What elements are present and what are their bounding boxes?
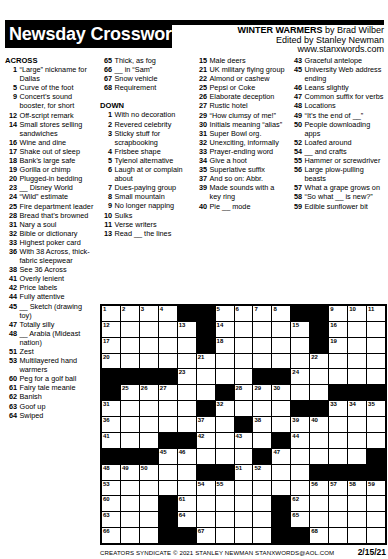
grid-cell[interactable]: 44 [291, 433, 309, 448]
cell-number: 57 [330, 481, 337, 488]
clue-number: 6 [100, 165, 115, 183]
grid-cell[interactable]: 45 [159, 449, 177, 464]
grid-cell[interactable]: 52 [253, 465, 271, 480]
grid-cell[interactable] [291, 449, 309, 464]
clue-text: Initials meaning “alias” [210, 120, 288, 129]
grid-cell[interactable]: 7 [253, 306, 271, 321]
clue-text: Plugged-in bedding [20, 174, 97, 183]
grid-cell[interactable] [121, 338, 139, 353]
grid-cell[interactable]: 49 [121, 465, 139, 480]
clue-across-41: 41Overly lenient [5, 274, 96, 283]
grid-cell[interactable] [178, 401, 196, 416]
clue-number: 25 [195, 83, 210, 92]
grid-cell[interactable]: 67 [197, 528, 215, 543]
clue-text: Large plow-pulling beasts [305, 165, 387, 183]
grid-cell[interactable]: 31 [102, 401, 120, 416]
grid-cell[interactable]: 29 [253, 385, 271, 400]
cell-number: 19 [330, 338, 337, 345]
grid-cell[interactable] [159, 401, 177, 416]
clue-across-62: 62Banish [5, 392, 96, 401]
grid-cell[interactable]: 59 [367, 481, 385, 496]
grid-cell[interactable] [159, 354, 177, 369]
cell-number: 12 [103, 322, 110, 329]
grid-cell[interactable]: 51 [235, 465, 253, 480]
clue-across-53: 53Multilayered hand warmers [5, 356, 96, 374]
clue-text: Almond or cashew [210, 74, 288, 83]
clue-text: Overly lenient [20, 274, 97, 283]
grid-cell[interactable]: 10 [348, 306, 366, 321]
clue-text: “How clumsy of me!” [210, 111, 288, 120]
grid-cell[interactable]: 13 [178, 322, 196, 337]
clue-text: Unexciting, informally [210, 138, 288, 147]
grid-cell[interactable] [235, 496, 253, 511]
grid-cell[interactable] [140, 354, 158, 369]
cell-number: 9 [330, 306, 333, 313]
grid-cell[interactable] [216, 496, 234, 511]
grid-cell[interactable] [272, 322, 290, 337]
grid-cell[interactable]: 57 [329, 481, 347, 496]
grid-cell[interactable] [121, 401, 139, 416]
clue-across-20: 20Plugged-in bedding [5, 174, 96, 183]
clue-text: __ and crafts [305, 147, 387, 156]
clue-text: Give a hoot [210, 156, 288, 165]
grid-cell[interactable] [310, 433, 328, 448]
clue-text: Sulks [115, 211, 191, 220]
clue-column-2: 65Thick, as fog66__ in “Sam”67Snow vehic… [100, 56, 190, 238]
puzzle-date: 2/15/21 [358, 547, 386, 557]
clue-text: __ Sketch (drawing toy) [20, 302, 97, 320]
grid-cell[interactable]: 41 [102, 433, 120, 448]
grid-cell[interactable] [140, 496, 158, 511]
grid-cell[interactable] [121, 512, 139, 527]
grid-cell[interactable] [253, 322, 271, 337]
clue-number: 66 [100, 65, 115, 74]
grid-cell[interactable] [291, 465, 309, 480]
grid-cell-black [140, 369, 158, 384]
clue-text: Made sounds with a key ring [210, 183, 288, 201]
clue-number: 55 [290, 156, 305, 165]
clue-number: 36 [5, 247, 20, 265]
grid-cell[interactable] [121, 481, 139, 496]
grid-cell[interactable] [348, 322, 366, 337]
grid-cell[interactable] [291, 481, 309, 496]
grid-cell[interactable] [310, 385, 328, 400]
grid-cell[interactable]: 32 [216, 401, 234, 416]
grid-cell-black [310, 401, 328, 416]
grid-cell-black [253, 449, 271, 464]
grid-cell-black [291, 306, 309, 321]
clue-text: Sticky stuff for scrapbooking [115, 129, 191, 147]
grid-cell[interactable] [367, 512, 385, 527]
grid-cell[interactable]: 20 [102, 354, 120, 369]
grid-cell[interactable]: 63 [102, 512, 120, 527]
grid-cell[interactable] [253, 528, 271, 543]
grid-cell-black [159, 369, 177, 384]
grid-cell[interactable] [235, 338, 253, 353]
website-link[interactable]: www.stanxwords.com [154, 45, 384, 55]
cell-number: 68 [311, 528, 318, 535]
grid-cell[interactable]: 18 [216, 338, 234, 353]
clue-number: 5 [100, 156, 115, 165]
clue-text: Totally silly [20, 320, 97, 329]
grid-cell[interactable] [140, 481, 158, 496]
clue-number: 68 [100, 83, 115, 92]
grid-cell[interactable]: 35 [367, 401, 385, 416]
grid-cell[interactable]: 6 [235, 306, 253, 321]
cell-number: 2 [122, 306, 125, 313]
grid-cell[interactable] [159, 322, 177, 337]
grid-cell[interactable] [235, 354, 253, 369]
grid-cell-black [178, 306, 196, 321]
grid-cell[interactable]: 53 [102, 481, 120, 496]
clue-text: Curve of the foot [20, 83, 97, 92]
grid-cell[interactable] [235, 449, 253, 464]
grid-cell[interactable]: 2 [121, 306, 139, 321]
clue-down-1: 1With no decoration [100, 110, 190, 119]
grid-cell[interactable]: 28 [235, 385, 253, 400]
grid-cell[interactable]: 54 [197, 481, 215, 496]
grid-cell[interactable]: 15 [291, 322, 309, 337]
grid-cell[interactable]: 3 [140, 306, 158, 321]
grid-cell[interactable] [121, 417, 139, 432]
cell-number: 25 [122, 385, 129, 392]
grid-cell[interactable] [121, 496, 139, 511]
grid-cell[interactable] [310, 512, 328, 527]
clue-text: People downloading apps [305, 120, 387, 138]
grid-cell[interactable]: 65 [291, 512, 309, 527]
grid-cell[interactable] [216, 433, 234, 448]
grid-cell-black [159, 528, 177, 543]
grid-cell-black [121, 449, 139, 464]
grid-cell[interactable]: 4 [159, 306, 177, 321]
grid-cell[interactable]: 64 [178, 512, 196, 527]
clue-down-2: 2Revered celebrity [100, 120, 190, 129]
grid-cell[interactable]: 9 [329, 306, 347, 321]
grid-cell[interactable] [159, 338, 177, 353]
grid-cell[interactable] [291, 354, 309, 369]
clue-number: 41 [5, 274, 20, 283]
grid-cell[interactable] [197, 496, 215, 511]
clue-number: 64 [5, 411, 20, 420]
grid-cell[interactable]: 46 [178, 449, 196, 464]
clue-across-31: 31Nary a soul [5, 220, 96, 229]
grid-cell[interactable]: 25 [121, 385, 139, 400]
grid-cell[interactable] [367, 354, 385, 369]
cell-number: 64 [179, 512, 186, 519]
grid-cell[interactable] [121, 322, 139, 337]
clue-down-57: 57What a grape grows on [290, 183, 386, 192]
grid-cell[interactable]: 16 [329, 322, 347, 337]
grid-cell[interactable] [140, 528, 158, 543]
grid-cell-black [367, 449, 385, 464]
grid-cell[interactable] [367, 433, 385, 448]
grid-cell[interactable] [348, 369, 366, 384]
clue-across-23: 23__ Disney World [5, 183, 96, 192]
grid-cell[interactable]: 17 [102, 338, 120, 353]
grid-cell[interactable] [329, 449, 347, 464]
grid-cell-black [367, 385, 385, 400]
grid-cell[interactable]: 48 [102, 465, 120, 480]
grid-cell[interactable]: 22 [310, 354, 328, 369]
grid-cell[interactable]: 34 [348, 401, 366, 416]
grid-cell[interactable] [348, 449, 366, 464]
grid-cell[interactable] [159, 465, 177, 480]
grid-cell[interactable] [178, 385, 196, 400]
grid-cell[interactable]: 39 [291, 417, 309, 432]
grid-cell[interactable]: 68 [310, 528, 328, 543]
grid-cell-black [272, 369, 290, 384]
grid-cell[interactable] [140, 338, 158, 353]
grid-cell[interactable] [159, 417, 177, 432]
grid-cell[interactable]: 66 [102, 528, 120, 543]
grid-cell[interactable]: 21 [197, 354, 215, 369]
grid-cell-black [197, 401, 215, 416]
cell-number: 40 [311, 417, 318, 424]
cell-number: 66 [103, 528, 110, 535]
grid-cell[interactable]: 60 [102, 496, 120, 511]
clue-number: 21 [195, 65, 210, 74]
grid-cell[interactable]: 26 [140, 385, 158, 400]
clue-number: 14 [5, 120, 20, 138]
grid-cell[interactable] [197, 449, 215, 464]
grid-cell[interactable]: 11 [367, 306, 385, 321]
grid-cell[interactable] [140, 417, 158, 432]
grid-cell[interactable] [272, 417, 290, 432]
grid-cell[interactable]: 37 [197, 417, 215, 432]
grid-cell[interactable]: 23 [178, 369, 196, 384]
grid-cell[interactable] [140, 401, 158, 416]
grid-cell[interactable] [197, 512, 215, 527]
grid-cell[interactable] [140, 322, 158, 337]
clue-across-32: 32Bible or dictionary [5, 229, 96, 238]
grid-cell[interactable] [367, 496, 385, 511]
grid-cell[interactable] [272, 354, 290, 369]
grid-cell[interactable] [235, 369, 253, 384]
grid-cell[interactable] [159, 481, 177, 496]
grid-cell[interactable] [235, 322, 253, 337]
grid-cell[interactable]: 5 [216, 306, 234, 321]
grid-cell-black [235, 417, 253, 432]
grid-cell[interactable]: 1 [102, 306, 120, 321]
grid-cell[interactable] [197, 385, 215, 400]
clue-down-9: 9No longer napping [100, 201, 190, 210]
grid-cell[interactable]: 62 [291, 496, 309, 511]
grid-cell[interactable] [235, 401, 253, 416]
clue-column-4: 43Graceful antelope45University Web addr… [290, 56, 386, 211]
grid-cell[interactable] [216, 369, 234, 384]
puzzle-byline: by Brad Wilber [322, 25, 384, 35]
grid-cell[interactable]: 30 [272, 385, 290, 400]
clue-down-39: 39Made sounds with a key ring [195, 183, 287, 201]
clue-column-3: 15Male deers21UK military flying group22… [195, 56, 287, 211]
grid-cell[interactable] [216, 354, 234, 369]
clue-text: “It’s the end of __” [305, 111, 387, 120]
clue-number: 44 [5, 292, 20, 301]
grid-cell-black [102, 385, 120, 400]
grid-cell[interactable]: 42 [197, 433, 215, 448]
clue-number: 1 [5, 65, 20, 83]
grid-cell[interactable] [348, 512, 366, 527]
down-heading: DOWN [100, 101, 190, 110]
clue-down-52: 52Loafed around [290, 138, 386, 147]
clue-across-42: 42Price labels [5, 283, 96, 292]
grid-cell[interactable] [310, 496, 328, 511]
grid-cell[interactable]: 8 [272, 306, 290, 321]
grid-cell[interactable]: 43 [235, 433, 253, 448]
grid-cell[interactable] [348, 338, 366, 353]
clue-number: 15 [195, 56, 210, 65]
grid-cell[interactable] [253, 401, 271, 416]
cell-number: 21 [198, 354, 205, 361]
clue-down-58: 58“So what __ is new?” [290, 192, 386, 201]
grid-cell[interactable] [329, 528, 347, 543]
clue-number: 1 [100, 110, 115, 119]
grid-cell[interactable]: 33 [329, 401, 347, 416]
grid-cell[interactable]: 36 [102, 417, 120, 432]
grid-cell[interactable] [178, 481, 196, 496]
grid-cell[interactable] [272, 401, 290, 416]
clue-text: Dues-paying group [115, 183, 191, 192]
grid-cell[interactable] [367, 338, 385, 353]
clue-down-25: 25Pepsi or Coke [195, 83, 287, 92]
clue-down-55: 55Hammer or screwdriver [290, 156, 386, 165]
grid-cell[interactable] [348, 433, 366, 448]
grid-cell[interactable] [253, 481, 271, 496]
clue-number: 59 [290, 202, 305, 211]
grid-cell-black [291, 401, 309, 416]
grid-cell[interactable] [367, 369, 385, 384]
grid-cell[interactable] [253, 512, 271, 527]
grid-cell[interactable] [253, 496, 271, 511]
grid-cell[interactable] [291, 338, 309, 353]
grid-cell[interactable] [329, 512, 347, 527]
grid-cell[interactable]: 61 [178, 496, 196, 511]
clue-across-14: 14Small stores selling sandwiches [5, 120, 96, 138]
grid-cell[interactable] [367, 322, 385, 337]
clue-text: Price labels [20, 283, 97, 292]
cell-number: 58 [349, 481, 356, 488]
grid-cell[interactable] [291, 385, 309, 400]
syndicate-credit: CREATORS SYNDICATE © 2021 STANLEY NEWMAN… [100, 549, 334, 556]
grid-cell[interactable] [178, 354, 196, 369]
cell-number: 29 [254, 385, 261, 392]
grid-cell[interactable] [253, 354, 271, 369]
grid-cell[interactable] [216, 417, 234, 432]
cell-number: 56 [311, 481, 318, 488]
clue-number: 33 [195, 147, 210, 156]
grid-cell[interactable] [216, 449, 234, 464]
grid-cell-black [178, 433, 196, 448]
grid-cell[interactable] [178, 465, 196, 480]
grid-cell[interactable] [216, 512, 234, 527]
clue-number: 47 [5, 320, 20, 329]
clue-text: Edible sunflower bit [305, 202, 387, 211]
grid-cell[interactable] [121, 528, 139, 543]
grid-cell[interactable] [253, 338, 271, 353]
clue-text: Multilayered hand warmers [20, 356, 97, 374]
grid-cell[interactable] [310, 449, 328, 464]
grid-cell[interactable] [140, 433, 158, 448]
clue-number: 26 [195, 92, 210, 101]
clue-across-65: 65Thick, as fog [100, 56, 190, 65]
grid-cell[interactable] [272, 465, 290, 480]
grid-cell[interactable] [178, 417, 196, 432]
grid-cell[interactable] [272, 338, 290, 353]
grid-cell[interactable] [329, 417, 347, 432]
grid-cell[interactable] [253, 433, 271, 448]
clue-text: Concert’s sound booster, for short [20, 92, 97, 110]
grid-cell[interactable] [216, 528, 234, 543]
grid-cell[interactable] [348, 417, 366, 432]
grid-cell[interactable] [329, 369, 347, 384]
clue-text: Fully attentive [20, 292, 97, 301]
grid-cell[interactable] [348, 354, 366, 369]
grid-cell[interactable]: 58 [348, 481, 366, 496]
clue-text: Loafed around [305, 138, 387, 147]
grid-cell[interactable] [329, 433, 347, 448]
clue-text: “Wild” estimate [20, 192, 97, 201]
clue-down-47: 47Common suffix for verbs [290, 92, 386, 101]
grid-cell[interactable]: 12 [102, 322, 120, 337]
clue-number: 67 [100, 74, 115, 83]
grid-cell[interactable]: 56 [310, 481, 328, 496]
clue-text: See 36 Across [20, 265, 97, 274]
clue-down-54: 54__ and crafts [290, 147, 386, 156]
clue-number: 49 [290, 111, 305, 120]
cell-number: 60 [103, 496, 110, 503]
grid-cell[interactable] [235, 481, 253, 496]
grid-cell[interactable]: 19 [329, 338, 347, 353]
grid-cell[interactable]: 38 [253, 417, 271, 432]
clue-column-1: ACROSS1“Large” nickname for Dallas5Curve… [5, 56, 96, 420]
grid-cell[interactable] [197, 369, 215, 384]
cell-number: 24 [292, 369, 299, 376]
grid-cell[interactable] [235, 528, 253, 543]
grid-cell[interactable] [367, 417, 385, 432]
clue-text: With 38 Across, thick-fabric sleepwear [20, 247, 97, 265]
grid-cell[interactable] [140, 512, 158, 527]
clue-number: 51 [5, 347, 20, 356]
grid-cell[interactable] [121, 354, 139, 369]
clue-text: Thick, as fog [115, 56, 191, 65]
grid-cell[interactable] [178, 338, 196, 353]
grid-cell[interactable]: 40 [310, 417, 328, 432]
grid-cell[interactable]: 55 [216, 481, 234, 496]
grid-cell[interactable] [329, 354, 347, 369]
grid-cell-black [197, 322, 215, 337]
grid-cell[interactable]: 14 [216, 322, 234, 337]
clue-text: Bible or dictionary [20, 229, 97, 238]
clue-across-9: 9Concert’s sound booster, for short [5, 92, 96, 110]
grid-cell[interactable] [348, 528, 366, 543]
clue-number: 48 [5, 329, 20, 347]
grid-cell[interactable] [310, 369, 328, 384]
grid-cell[interactable]: 47 [272, 449, 290, 464]
grid-cell[interactable]: 27 [159, 385, 177, 400]
grid-cell[interactable] [121, 433, 139, 448]
clue-across-51: 51Zest [5, 347, 96, 356]
grid-cell[interactable]: 50 [140, 465, 158, 480]
grid-cell[interactable] [367, 528, 385, 543]
clue-number: 4 [100, 147, 115, 156]
grid-cell[interactable] [348, 496, 366, 511]
grid-cell[interactable] [329, 496, 347, 511]
grid-cell[interactable] [235, 512, 253, 527]
grid-cell[interactable]: 24 [291, 369, 309, 384]
grid-cell[interactable] [272, 481, 290, 496]
cell-number: 14 [217, 322, 224, 329]
clue-number: 20 [5, 174, 20, 183]
